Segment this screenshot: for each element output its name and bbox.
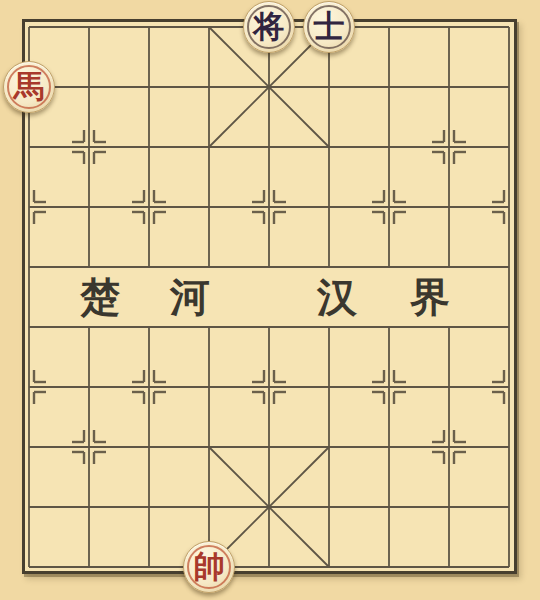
board-cell: 士 bbox=[299, 0, 359, 57]
piece-red-horse[interactable]: 馬 bbox=[3, 61, 55, 113]
piece-black-general[interactable]: 将 bbox=[243, 1, 295, 53]
red-general-glyph: 帥 bbox=[194, 551, 225, 582]
black-advisor-glyph: 士 bbox=[314, 11, 345, 42]
board-cell: 馬 bbox=[0, 57, 59, 117]
piece-red-general[interactable]: 帥 bbox=[183, 541, 235, 593]
board-cell: 帥 bbox=[179, 537, 239, 597]
red-horse-glyph: 馬 bbox=[14, 71, 45, 102]
xiangqi-board: 楚河 汉界 将士馬帥 bbox=[0, 0, 540, 600]
black-general-glyph: 将 bbox=[254, 11, 285, 42]
board-cell: 将 bbox=[239, 0, 299, 57]
board-grid[interactable]: 将士馬帥 bbox=[0, 0, 539, 597]
piece-black-advisor[interactable]: 士 bbox=[303, 1, 355, 53]
